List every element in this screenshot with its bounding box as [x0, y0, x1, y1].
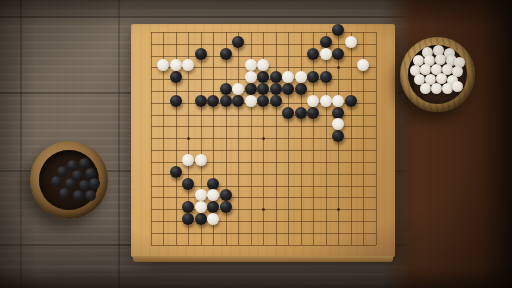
black-stone[interactable] — [195, 95, 207, 107]
black-stone[interactable] — [51, 176, 62, 187]
grid-line — [288, 32, 289, 245]
black-stone[interactable] — [85, 190, 96, 201]
black-stone[interactable] — [220, 48, 232, 60]
star-point — [262, 137, 265, 140]
grid-line — [301, 32, 302, 245]
black-stone[interactable] — [195, 213, 207, 225]
black-stone[interactable] — [257, 71, 269, 83]
black-stone[interactable] — [320, 71, 332, 83]
white-stone[interactable] — [295, 71, 307, 83]
black-stone[interactable] — [89, 178, 100, 189]
black-stone[interactable] — [195, 48, 207, 60]
white-stone[interactable] — [195, 189, 207, 201]
white-stone[interactable] — [182, 59, 194, 71]
black-stone[interactable] — [282, 83, 294, 95]
black-stone[interactable] — [332, 48, 344, 60]
board-side-edge — [133, 256, 393, 262]
black-stone[interactable] — [182, 178, 194, 190]
black-stone[interactable] — [73, 190, 84, 201]
white-stone[interactable] — [257, 59, 269, 71]
white-stone[interactable] — [320, 95, 332, 107]
white-stone[interactable] — [245, 71, 257, 83]
black-stone[interactable] — [220, 189, 232, 201]
white-stone[interactable] — [245, 59, 257, 71]
black-stone[interactable] — [207, 178, 219, 190]
black-stone[interactable] — [320, 36, 332, 48]
black-stone[interactable] — [220, 95, 232, 107]
black-stone[interactable] — [170, 166, 182, 178]
grid-line — [151, 174, 376, 175]
white-stone[interactable] — [157, 59, 169, 71]
black-stone[interactable] — [270, 83, 282, 95]
black-stone[interactable] — [57, 166, 68, 177]
white-stone[interactable] — [282, 71, 294, 83]
white-stone[interactable] — [307, 95, 319, 107]
black-stone[interactable] — [332, 130, 344, 142]
white-stone[interactable] — [195, 201, 207, 213]
white-stone[interactable] — [182, 154, 194, 166]
white-stone[interactable] — [207, 213, 219, 225]
black-stone[interactable] — [295, 107, 307, 119]
go-game-photo — [0, 0, 512, 288]
black-stone[interactable] — [270, 95, 282, 107]
grid-line — [326, 32, 327, 245]
star-point — [337, 208, 340, 211]
black-stone[interactable] — [232, 95, 244, 107]
star-point — [187, 137, 190, 140]
white-stone[interactable] — [431, 83, 442, 94]
grid-line — [313, 32, 314, 245]
white-stone[interactable] — [357, 59, 369, 71]
black-stone[interactable] — [170, 95, 182, 107]
black-stone[interactable] — [307, 107, 319, 119]
star-point — [262, 208, 265, 211]
black-stone[interactable] — [332, 24, 344, 36]
grid-line — [151, 245, 376, 246]
grid-line — [151, 197, 376, 198]
white-stone[interactable] — [420, 83, 431, 94]
white-stone[interactable] — [195, 154, 207, 166]
black-stone[interactable] — [207, 95, 219, 107]
black-stone[interactable] — [332, 107, 344, 119]
black-stone[interactable] — [307, 71, 319, 83]
grid-line — [376, 32, 377, 245]
black-stone[interactable] — [220, 201, 232, 213]
black-stone[interactable] — [232, 36, 244, 48]
black-stone[interactable] — [65, 178, 76, 189]
grid-line — [351, 32, 352, 245]
black-stone[interactable] — [257, 83, 269, 95]
bowl-interior — [408, 45, 467, 104]
white-stone[interactable] — [345, 36, 357, 48]
black-stone[interactable] — [307, 48, 319, 60]
black-stone[interactable] — [282, 107, 294, 119]
bowl-interior — [39, 150, 99, 210]
grid-line — [151, 233, 376, 234]
black-stone-bowl[interactable] — [30, 141, 108, 219]
white-stone[interactable] — [232, 83, 244, 95]
grid-line — [151, 150, 376, 151]
black-stone[interactable] — [59, 188, 70, 199]
white-stone[interactable] — [332, 95, 344, 107]
black-stone[interactable] — [295, 83, 307, 95]
black-stone[interactable] — [220, 83, 232, 95]
white-stone[interactable] — [452, 81, 463, 92]
white-stone[interactable] — [170, 59, 182, 71]
black-stone[interactable] — [170, 71, 182, 83]
black-stone[interactable] — [345, 95, 357, 107]
white-stone[interactable] — [332, 118, 344, 130]
white-stone-bowl[interactable] — [400, 37, 475, 112]
star-point — [337, 66, 340, 69]
black-stone[interactable] — [182, 213, 194, 225]
black-stone[interactable] — [257, 95, 269, 107]
black-stone[interactable] — [270, 71, 282, 83]
black-stone[interactable] — [182, 201, 194, 213]
grid-line — [276, 32, 277, 245]
white-stone[interactable] — [207, 189, 219, 201]
white-stone[interactable] — [245, 95, 257, 107]
white-stone[interactable] — [320, 48, 332, 60]
black-stone[interactable] — [245, 83, 257, 95]
black-stone[interactable] — [207, 201, 219, 213]
go-board[interactable] — [131, 24, 395, 257]
